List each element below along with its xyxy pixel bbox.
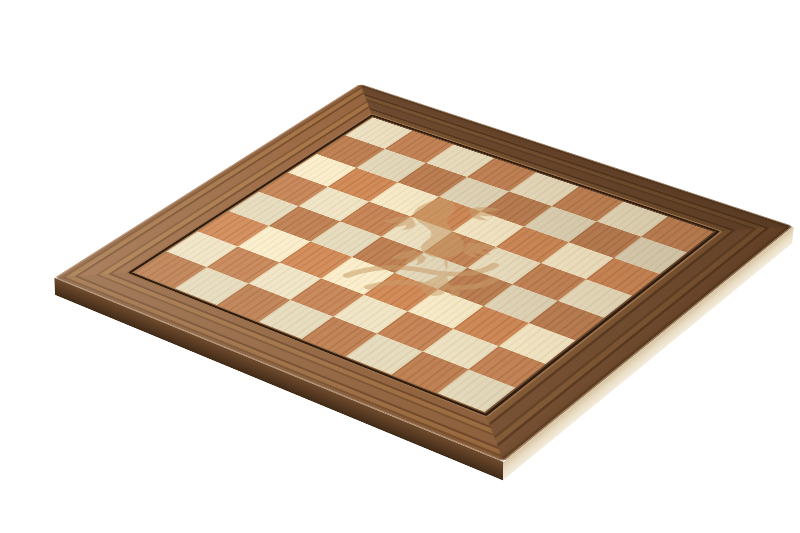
square-g2 bbox=[422, 328, 498, 369]
square-f3 bbox=[408, 289, 483, 328]
chessboard bbox=[144, 0, 703, 532]
square-e4 bbox=[394, 252, 467, 289]
square-f5 bbox=[468, 247, 541, 284]
square-h2 bbox=[468, 346, 545, 388]
square-g3 bbox=[453, 306, 529, 346]
square-g6 bbox=[541, 242, 614, 279]
square-h6 bbox=[586, 258, 660, 296]
square-e1 bbox=[302, 316, 378, 356]
square-e2 bbox=[333, 295, 408, 334]
square-d3 bbox=[321, 257, 394, 294]
square-h3 bbox=[499, 323, 575, 364]
square-c2 bbox=[248, 262, 321, 300]
square-c1 bbox=[216, 283, 290, 321]
chessboard-3d-body bbox=[54, 84, 793, 462]
square-d1 bbox=[259, 300, 334, 339]
square-h7 bbox=[614, 237, 687, 274]
square-h5 bbox=[558, 279, 633, 318]
square-g5 bbox=[512, 263, 586, 301]
square-f1 bbox=[346, 334, 422, 375]
square-h4 bbox=[529, 301, 605, 341]
board-top-face bbox=[54, 84, 793, 462]
square-g4 bbox=[483, 284, 558, 323]
frame-strip-bottom bbox=[54, 254, 539, 462]
square-g1 bbox=[391, 351, 468, 393]
square-d2 bbox=[290, 278, 364, 316]
square-b1 bbox=[175, 267, 248, 305]
square-h1 bbox=[437, 369, 515, 412]
square-f4 bbox=[438, 268, 512, 306]
square-e3 bbox=[364, 273, 438, 311]
square-f2 bbox=[377, 311, 453, 351]
